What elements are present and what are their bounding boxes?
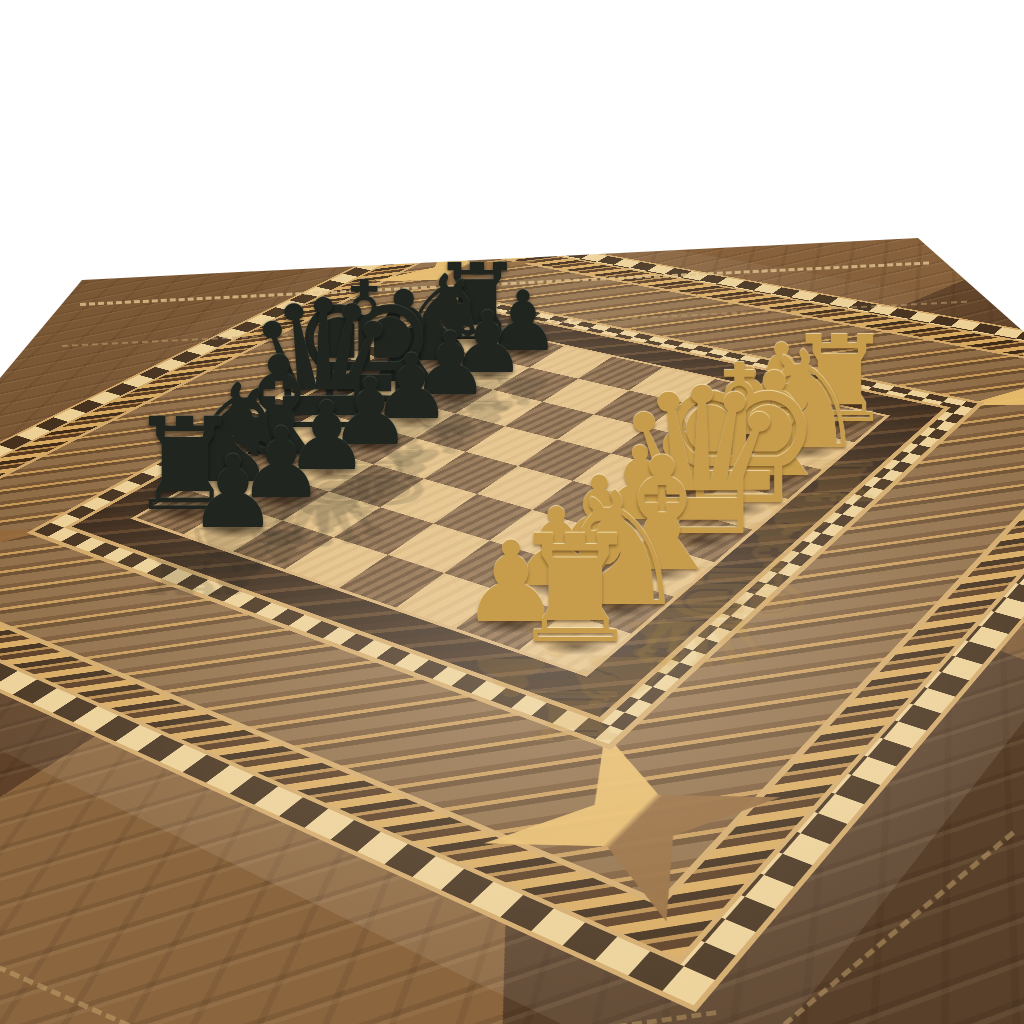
table-top: [0, 0, 1024, 1024]
photo-canvas: ♜♜♞♞♝♝♛♛♚♚♝♝♞♞♜♜♟♟♟♟♟♟♟♟♟♟♟♟♟♟♟♟♟♟♟♟♟♟♟♟…: [0, 0, 1024, 1024]
marquetry-tabletop: [0, 89, 1024, 1024]
